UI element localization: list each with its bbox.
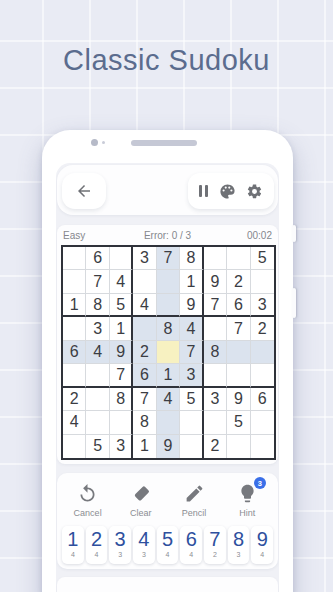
grid-cell[interactable]: 4	[133, 294, 156, 317]
grid-cell[interactable]	[63, 364, 86, 387]
grid-cell[interactable]: 4	[63, 411, 86, 434]
tools-panel: Cancel Clear Pencil 3 Hint	[57, 473, 278, 569]
grid-cell[interactable]	[63, 247, 86, 270]
grid-cell[interactable]: 7	[86, 270, 109, 293]
grid-cell[interactable]: 2	[204, 435, 227, 458]
camera-dot	[91, 139, 98, 146]
numpad-digit: 6	[186, 527, 197, 551]
phone-side-button	[292, 288, 296, 318]
bottom-card	[57, 577, 278, 592]
difficulty-label: Easy	[63, 230, 85, 241]
camera-dot-small	[102, 141, 105, 144]
grid-cell[interactable]	[86, 364, 109, 387]
board-card: Easy Error: 0 / 3 00:02 6378574192185497…	[57, 225, 278, 464]
numpad-remaining-count: 3	[142, 551, 146, 559]
numpad-digit: 4	[138, 527, 149, 551]
pencil-icon	[184, 483, 205, 504]
grid-cell[interactable]	[133, 270, 156, 293]
grid-cell[interactable]: 2	[133, 341, 156, 364]
grid-cell[interactable]	[251, 435, 274, 458]
grid-cell[interactable]	[86, 388, 109, 411]
grid-cell[interactable]: 8	[133, 411, 156, 434]
grid-cell[interactable]: 7	[110, 364, 133, 387]
grid-cell[interactable]: 9	[157, 435, 180, 458]
pencil-button[interactable]: Pencil	[171, 481, 217, 518]
grid-cell[interactable]: 7	[180, 341, 203, 364]
tool-row: Cancel Clear Pencil 3 Hint	[61, 481, 274, 518]
back-button[interactable]	[62, 173, 106, 209]
grid-cell[interactable]: 3	[133, 247, 156, 270]
numpad-remaining-count: 4	[260, 551, 264, 559]
grid-cell[interactable]: 4	[157, 388, 180, 411]
grid-cell[interactable]: 6	[86, 247, 109, 270]
numpad-remaining-count: 2	[213, 551, 217, 559]
grid-cell[interactable]	[251, 341, 274, 364]
grid-cell[interactable]	[227, 341, 250, 364]
grid-cell[interactable]	[227, 247, 250, 270]
grid-cell[interactable]: 4	[180, 317, 203, 340]
grid-cell[interactable]	[204, 247, 227, 270]
grid-cell[interactable]: 8	[180, 247, 203, 270]
grid-cell[interactable]: 2	[227, 270, 250, 293]
grid-cell[interactable]: 5	[227, 411, 250, 434]
grid-cell[interactable]: 4	[86, 341, 109, 364]
numpad-remaining-count: 4	[71, 551, 75, 559]
grid-cell[interactable]	[251, 270, 274, 293]
numpad-digit: 7	[209, 527, 220, 551]
eraser-icon	[130, 482, 152, 504]
numpad-digit: 8	[233, 527, 244, 551]
clear-label: Clear	[130, 508, 152, 518]
grid-cell[interactable]	[86, 411, 109, 434]
grid-cell[interactable]	[63, 317, 86, 340]
grid-cell[interactable]	[157, 270, 180, 293]
appbar-icon-group	[188, 173, 274, 209]
phone-side-button	[292, 225, 296, 242]
app-bar	[57, 165, 278, 215]
grid-cell[interactable]	[227, 364, 250, 387]
numpad-digit: 2	[91, 527, 102, 551]
grid-cell[interactable]: 7	[204, 294, 227, 317]
grid-cell[interactable]: 5	[86, 435, 109, 458]
undo-icon	[77, 483, 98, 504]
grid-cell[interactable]	[204, 364, 227, 387]
numpad-button-6[interactable]: 64	[180, 526, 202, 564]
numpad-button-7[interactable]: 72	[204, 526, 226, 564]
gear-icon[interactable]	[246, 183, 263, 200]
grid-cell[interactable]: 6	[63, 341, 86, 364]
grid-cell[interactable]: 6	[133, 364, 156, 387]
numpad-button-8[interactable]: 83	[228, 526, 250, 564]
grid-cell[interactable]: 3	[251, 294, 274, 317]
grid-cell[interactable]: 5	[110, 294, 133, 317]
clear-button[interactable]: Clear	[118, 481, 164, 518]
grid-cell[interactable]	[133, 317, 156, 340]
grid-cell[interactable]	[180, 411, 203, 434]
numpad-button-5[interactable]: 54	[157, 526, 179, 564]
grid-cell[interactable]: 7	[133, 388, 156, 411]
grid-cell[interactable]: 3	[180, 364, 203, 387]
grid-cell[interactable]: 9	[204, 270, 227, 293]
grid-cell[interactable]	[110, 247, 133, 270]
hint-button[interactable]: 3 Hint	[224, 481, 270, 518]
grid-cell[interactable]	[251, 411, 274, 434]
grid-cell[interactable]	[157, 411, 180, 434]
cancel-label: Cancel	[74, 508, 102, 518]
grid-cell[interactable]	[63, 270, 86, 293]
numpad-digit: 9	[257, 527, 268, 551]
grid-cell[interactable]: 5	[180, 388, 203, 411]
numpad: 142433435464728394	[61, 526, 274, 564]
grid-cell[interactable]: 3	[110, 435, 133, 458]
app-screen: Easy Error: 0 / 3 00:02 6378574192185497…	[56, 163, 279, 592]
numpad-digit: 5	[162, 527, 173, 551]
grid-cell[interactable]: 1	[157, 364, 180, 387]
grid-cell[interactable]: 4	[110, 270, 133, 293]
cancel-button[interactable]: Cancel	[65, 481, 111, 518]
grid-cell[interactable]: 1	[180, 270, 203, 293]
grid-cell[interactable]: 8	[110, 388, 133, 411]
pencil-label: Pencil	[182, 508, 207, 518]
grid-cell[interactable]: 3	[204, 388, 227, 411]
numpad-remaining-count: 4	[166, 551, 170, 559]
grid-cell[interactable]: 9	[227, 388, 250, 411]
numpad-digit: 3	[115, 527, 126, 551]
hint-label: Hint	[239, 508, 255, 518]
grid-cell[interactable]	[251, 364, 274, 387]
phone-mockup: Easy Error: 0 / 3 00:02 6378574192185497…	[42, 130, 293, 592]
numpad-button-9[interactable]: 94	[251, 526, 273, 564]
grid-cell[interactable]: 8	[157, 317, 180, 340]
speaker-slot	[131, 140, 197, 146]
grid-cell[interactable]	[157, 341, 180, 364]
grid-cell[interactable]: 9	[180, 294, 203, 317]
arrow-left-icon	[75, 182, 93, 200]
error-counter: Error: 0 / 3	[61, 230, 274, 241]
hint-badge: 3	[254, 477, 266, 489]
grid-cell[interactable]: 1	[110, 317, 133, 340]
status-row: Easy Error: 0 / 3 00:02	[61, 229, 274, 245]
grid-cell[interactable]	[157, 294, 180, 317]
numpad-remaining-count: 4	[189, 551, 193, 559]
numpad-remaining-count: 4	[95, 551, 99, 559]
grid-cell[interactable]	[204, 411, 227, 434]
grid-cell[interactable]: 6	[227, 294, 250, 317]
grid-cell[interactable]: 7	[157, 247, 180, 270]
numpad-remaining-count: 3	[118, 551, 122, 559]
grid-cell[interactable]: 2	[63, 388, 86, 411]
pause-icon[interactable]	[199, 185, 208, 197]
grid-cell[interactable]	[227, 435, 250, 458]
numpad-button-1[interactable]: 14	[62, 526, 84, 564]
grid-cell[interactable]: 9	[110, 341, 133, 364]
page-title: Classic Sudoku	[0, 44, 333, 77]
grid-cell[interactable]: 1	[63, 294, 86, 317]
numpad-button-4[interactable]: 43	[133, 526, 155, 564]
grid-cell[interactable]	[180, 435, 203, 458]
grid-cell[interactable]: 7	[227, 317, 250, 340]
palette-icon[interactable]	[219, 183, 236, 200]
grid-cell[interactable]: 8	[204, 341, 227, 364]
numpad-button-3[interactable]: 33	[109, 526, 131, 564]
grid-cell[interactable]	[63, 435, 86, 458]
grid-cell[interactable]: 5	[251, 247, 274, 270]
grid-cell[interactable]	[204, 317, 227, 340]
timer: 00:02	[247, 230, 272, 241]
grid-cell[interactable]: 2	[251, 317, 274, 340]
grid-cell[interactable]: 8	[86, 294, 109, 317]
grid-cell[interactable]: 1	[133, 435, 156, 458]
grid-cell[interactable]: 6	[251, 388, 274, 411]
grid-cell[interactable]	[110, 411, 133, 434]
numpad-remaining-count: 3	[237, 551, 241, 559]
numpad-button-2[interactable]: 24	[86, 526, 108, 564]
sudoku-grid: 6378574192185497633184726492787613287453…	[61, 245, 276, 460]
numpad-digit: 1	[67, 527, 78, 551]
grid-cell[interactable]: 3	[86, 317, 109, 340]
